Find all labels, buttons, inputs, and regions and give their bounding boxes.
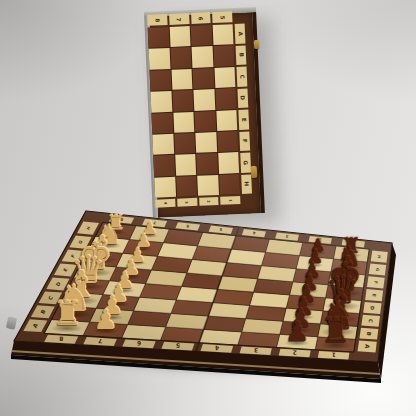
piece-light-pawn-a7: ♟ bbox=[93, 306, 117, 333]
photo-frame: 8765 ABCDEFGH 4321 8765432187654321ABCDE… bbox=[0, 0, 416, 416]
piece-dark-rook-a1: ♜ bbox=[320, 314, 350, 348]
pieces-layer: ♜♞♝♛♚♝♞♜♟♟♟♟♟♟♟♟♟♟♟♟♟♟♟♟♜♞♝♛♚♝♞♜ bbox=[0, 0, 416, 416]
piece-light-rook-a8: ♜ bbox=[52, 297, 82, 331]
piece-dark-pawn-a2: ♟ bbox=[285, 318, 309, 345]
